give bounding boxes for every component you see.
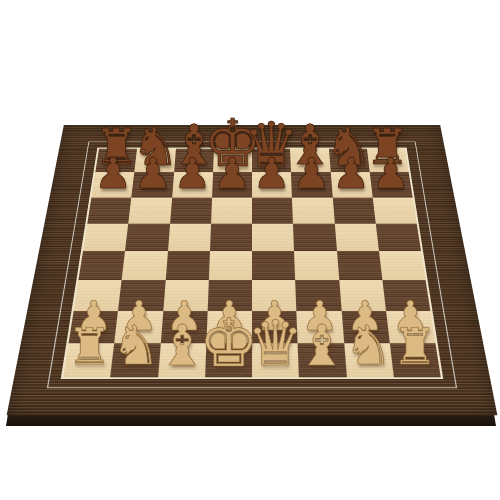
square-d4[interactable] xyxy=(209,251,252,280)
piece-black-pawn-e7[interactable]: ♟ xyxy=(253,153,291,195)
square-f6[interactable] xyxy=(292,197,334,223)
square-d6[interactable] xyxy=(211,197,252,223)
square-b5[interactable] xyxy=(125,223,169,251)
square-c5[interactable] xyxy=(168,223,211,251)
square-h5[interactable] xyxy=(376,223,421,251)
square-b4[interactable] xyxy=(122,251,168,280)
square-a5[interactable] xyxy=(83,223,128,251)
square-a4[interactable] xyxy=(78,251,125,280)
piece-black-pawn-f7[interactable]: ♟ xyxy=(293,153,331,195)
square-d5[interactable] xyxy=(210,223,252,251)
square-g4[interactable] xyxy=(337,251,383,280)
square-h6[interactable] xyxy=(372,197,416,223)
square-e5[interactable] xyxy=(252,223,294,251)
square-g5[interactable] xyxy=(334,223,378,251)
piece-black-pawn-c7[interactable]: ♟ xyxy=(174,153,212,195)
piece-black-pawn-a7[interactable]: ♟ xyxy=(94,153,132,195)
piece-white-queen-e1[interactable]: ♛ xyxy=(247,313,303,375)
square-f5[interactable] xyxy=(293,223,336,251)
piece-white-knight-b1[interactable]: ♞ xyxy=(111,319,160,373)
square-h4[interactable] xyxy=(379,251,426,280)
square-f4[interactable] xyxy=(294,251,339,280)
piece-black-pawn-b7[interactable]: ♟ xyxy=(134,153,172,195)
piece-white-rook-a1[interactable]: ♜ xyxy=(67,322,112,372)
board-edge xyxy=(6,414,496,426)
piece-white-knight-g1[interactable]: ♞ xyxy=(344,319,393,373)
square-b6[interactable] xyxy=(128,197,171,223)
piece-black-pawn-h7[interactable]: ♟ xyxy=(372,153,410,195)
piece-white-rook-h1[interactable]: ♜ xyxy=(392,322,437,372)
square-a6[interactable] xyxy=(87,197,131,223)
square-e6[interactable] xyxy=(252,197,293,223)
chess-board-photo: ♜♞♝♚♛♝♞♜♟♟♟♟♟♟♟♟♟♟♟♟♟♟♟♟♜♞♝♚♛♝♞♜ xyxy=(0,0,500,500)
piece-white-bishop-f1[interactable]: ♝ xyxy=(297,318,347,374)
square-g6[interactable] xyxy=(332,197,375,223)
square-c4[interactable] xyxy=(165,251,210,280)
piece-black-pawn-d7[interactable]: ♟ xyxy=(213,153,251,195)
piece-black-pawn-g7[interactable]: ♟ xyxy=(332,153,370,195)
square-e4[interactable] xyxy=(252,251,295,280)
square-c6[interactable] xyxy=(170,197,212,223)
